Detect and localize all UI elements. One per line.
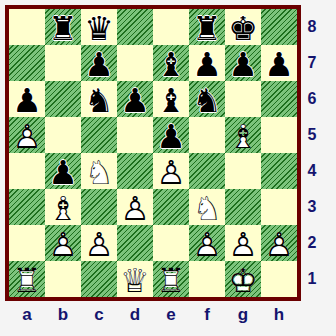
- piece-black-pawn[interactable]: ♟: [261, 45, 297, 81]
- white-piece-outline: ♗: [225, 118, 261, 154]
- square-c8[interactable]: ♛: [81, 9, 117, 45]
- square-f1[interactable]: [189, 261, 225, 297]
- square-h6[interactable]: [261, 81, 297, 117]
- black-piece-glyph: ♞: [81, 82, 117, 118]
- square-e5[interactable]: ♟: [153, 117, 189, 153]
- square-c5[interactable]: [81, 117, 117, 153]
- black-piece-glyph: ♜: [189, 10, 225, 46]
- square-h8[interactable]: [261, 9, 297, 45]
- white-piece-outline: ♖: [9, 262, 45, 298]
- rank-label-7: 7: [301, 45, 323, 81]
- square-c4[interactable]: ♞♘: [81, 153, 117, 189]
- white-piece-outline: ♙: [45, 226, 81, 262]
- piece-black-pawn[interactable]: ♟: [45, 153, 81, 189]
- square-b2[interactable]: ♟♙: [45, 225, 81, 261]
- square-d6[interactable]: ♟: [117, 81, 153, 117]
- piece-black-pawn[interactable]: ♟: [117, 81, 153, 117]
- file-label-c: c: [81, 302, 117, 328]
- rank-label-2: 2: [301, 225, 323, 261]
- black-piece-glyph: ♟: [9, 82, 45, 118]
- square-h2[interactable]: ♟♙: [261, 225, 297, 261]
- black-piece-glyph: ♝: [153, 46, 189, 82]
- file-label-a: a: [9, 302, 45, 328]
- rank-label-3: 3: [301, 189, 323, 225]
- square-b1[interactable]: [45, 261, 81, 297]
- piece-white-rook[interactable]: ♜♖: [9, 261, 45, 297]
- rank-label-1: 1: [301, 261, 323, 297]
- piece-black-pawn[interactable]: ♟: [9, 81, 45, 117]
- black-piece-glyph: ♟: [225, 46, 261, 82]
- square-e1[interactable]: ♜♖: [153, 261, 189, 297]
- white-piece-outline: ♘: [81, 154, 117, 190]
- square-g6[interactable]: [225, 81, 261, 117]
- piece-black-rook[interactable]: ♜: [189, 9, 225, 45]
- square-a4[interactable]: [9, 153, 45, 189]
- piece-black-bishop[interactable]: ♝: [153, 45, 189, 81]
- piece-black-knight[interactable]: ♞: [189, 81, 225, 117]
- square-e2[interactable]: [153, 225, 189, 261]
- square-g3[interactable]: [225, 189, 261, 225]
- square-b6[interactable]: [45, 81, 81, 117]
- file-labels: a b c d e f g h: [9, 302, 297, 328]
- rank-label-4: 4: [301, 153, 323, 189]
- square-a5[interactable]: ♟♙: [9, 117, 45, 153]
- file-label-g: g: [225, 302, 261, 328]
- rank-labels: 8 7 6 5 4 3 2 1: [301, 9, 323, 297]
- white-piece-outline: ♖: [153, 262, 189, 298]
- square-h5[interactable]: [261, 117, 297, 153]
- square-d4[interactable]: [117, 153, 153, 189]
- file-label-f: f: [189, 302, 225, 328]
- piece-black-knight[interactable]: ♞: [81, 81, 117, 117]
- file-label-b: b: [45, 302, 81, 328]
- square-a6[interactable]: ♟: [9, 81, 45, 117]
- piece-white-queen[interactable]: ♛♕: [117, 261, 153, 297]
- square-c6[interactable]: ♞: [81, 81, 117, 117]
- rank-label-5: 5: [301, 117, 323, 153]
- square-f2[interactable]: ♟♙: [189, 225, 225, 261]
- piece-black-queen[interactable]: ♛: [81, 9, 117, 45]
- square-a1[interactable]: ♜♖: [9, 261, 45, 297]
- file-label-h: h: [261, 302, 297, 328]
- square-f6[interactable]: ♞: [189, 81, 225, 117]
- black-piece-glyph: ♟: [153, 118, 189, 154]
- piece-white-bishop[interactable]: ♝♗: [225, 117, 261, 153]
- square-f4[interactable]: [189, 153, 225, 189]
- square-f3[interactable]: ♞♘: [189, 189, 225, 225]
- white-piece-outline: ♘: [189, 190, 225, 226]
- square-g8[interactable]: ♚: [225, 9, 261, 45]
- square-h4[interactable]: [261, 153, 297, 189]
- piece-white-pawn[interactable]: ♟♙: [117, 189, 153, 225]
- square-e8[interactable]: [153, 9, 189, 45]
- square-h1[interactable]: [261, 261, 297, 297]
- black-piece-glyph: ♛: [81, 10, 117, 46]
- white-piece-outline: ♗: [45, 190, 81, 226]
- square-g7[interactable]: ♟: [225, 45, 261, 81]
- rank-label-8: 8: [301, 9, 323, 45]
- square-a7[interactable]: [9, 45, 45, 81]
- piece-black-pawn[interactable]: ♟: [189, 45, 225, 81]
- piece-white-pawn[interactable]: ♟♙: [9, 117, 45, 153]
- piece-black-bishop[interactable]: ♝: [153, 81, 189, 117]
- white-piece-outline: ♙: [9, 118, 45, 154]
- piece-black-rook[interactable]: ♜: [45, 9, 81, 45]
- square-d3[interactable]: ♟♙: [117, 189, 153, 225]
- piece-black-king[interactable]: ♚: [225, 9, 261, 45]
- square-b5[interactable]: [45, 117, 81, 153]
- piece-white-rook[interactable]: ♜♖: [153, 261, 189, 297]
- piece-white-pawn[interactable]: ♟♙: [153, 153, 189, 189]
- piece-white-knight[interactable]: ♞♘: [81, 153, 117, 189]
- square-d1[interactable]: ♛♕: [117, 261, 153, 297]
- piece-white-pawn[interactable]: ♟♙: [45, 225, 81, 261]
- square-f7[interactable]: ♟: [189, 45, 225, 81]
- square-c1[interactable]: [81, 261, 117, 297]
- piece-white-pawn[interactable]: ♟♙: [261, 225, 297, 261]
- piece-white-pawn[interactable]: ♟♙: [225, 225, 261, 261]
- square-g2[interactable]: ♟♙: [225, 225, 261, 261]
- square-a2[interactable]: [9, 225, 45, 261]
- square-d5[interactable]: [117, 117, 153, 153]
- file-label-e: e: [153, 302, 189, 328]
- square-h7[interactable]: ♟: [261, 45, 297, 81]
- square-c7[interactable]: ♟: [81, 45, 117, 81]
- square-h3[interactable]: [261, 189, 297, 225]
- square-b3[interactable]: ♝♗: [45, 189, 81, 225]
- piece-white-pawn[interactable]: ♟♙: [81, 225, 117, 261]
- piece-black-pawn[interactable]: ♟: [225, 45, 261, 81]
- square-a3[interactable]: [9, 189, 45, 225]
- square-e7[interactable]: ♝: [153, 45, 189, 81]
- square-e4[interactable]: ♟♙: [153, 153, 189, 189]
- square-c2[interactable]: ♟♙: [81, 225, 117, 261]
- square-f8[interactable]: ♜: [189, 9, 225, 45]
- square-b7[interactable]: [45, 45, 81, 81]
- piece-white-pawn[interactable]: ♟♙: [189, 225, 225, 261]
- square-d7[interactable]: [117, 45, 153, 81]
- square-g4[interactable]: [225, 153, 261, 189]
- square-d8[interactable]: [117, 9, 153, 45]
- black-piece-glyph: ♞: [189, 82, 225, 118]
- chess-board: ♜♛♜♚♟♝♟♟♟♟♞♟♝♞♟♙♟♝♗♟♞♘♟♙♝♗♟♙♞♘♟♙♟♙♟♙♟♙♟♙…: [9, 9, 297, 297]
- black-piece-glyph: ♜: [45, 10, 81, 46]
- white-piece-outline: ♙: [117, 190, 153, 226]
- white-piece-outline: ♙: [189, 226, 225, 262]
- black-piece-glyph: ♟: [189, 46, 225, 82]
- black-piece-glyph: ♚: [225, 10, 261, 46]
- piece-white-king[interactable]: ♚♔: [225, 261, 261, 297]
- square-g5[interactable]: ♝♗: [225, 117, 261, 153]
- rank-label-6: 6: [301, 81, 323, 117]
- file-label-d: d: [117, 302, 153, 328]
- square-e6[interactable]: ♝: [153, 81, 189, 117]
- square-b8[interactable]: ♜: [45, 9, 81, 45]
- piece-black-pawn[interactable]: ♟: [153, 117, 189, 153]
- square-c3[interactable]: [81, 189, 117, 225]
- black-piece-glyph: ♟: [45, 154, 81, 190]
- black-piece-glyph: ♟: [261, 46, 297, 82]
- piece-white-bishop[interactable]: ♝♗: [45, 189, 81, 225]
- white-piece-outline: ♙: [225, 226, 261, 262]
- white-piece-outline: ♙: [261, 226, 297, 262]
- white-piece-outline: ♙: [81, 226, 117, 262]
- square-g1[interactable]: ♚♔: [225, 261, 261, 297]
- square-b4[interactable]: ♟: [45, 153, 81, 189]
- piece-black-pawn[interactable]: ♟: [81, 45, 117, 81]
- black-piece-glyph: ♟: [81, 46, 117, 82]
- white-piece-outline: ♕: [117, 262, 153, 298]
- square-f5[interactable]: [189, 117, 225, 153]
- square-e3[interactable]: [153, 189, 189, 225]
- square-a8[interactable]: [9, 9, 45, 45]
- square-d2[interactable]: [117, 225, 153, 261]
- piece-white-knight[interactable]: ♞♘: [189, 189, 225, 225]
- white-piece-outline: ♔: [225, 262, 261, 298]
- black-piece-glyph: ♝: [153, 82, 189, 118]
- white-piece-outline: ♙: [153, 154, 189, 190]
- chess-board-frame: ♜♛♜♚♟♝♟♟♟♟♞♟♝♞♟♙♟♝♗♟♞♘♟♙♝♗♟♙♞♘♟♙♟♙♟♙♟♙♟♙…: [5, 5, 301, 301]
- black-piece-glyph: ♟: [117, 82, 153, 118]
